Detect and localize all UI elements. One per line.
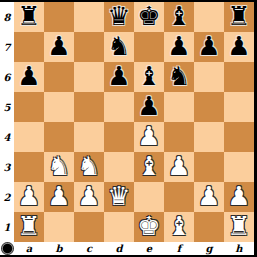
square-b4[interactable] [44, 122, 74, 152]
black-queen[interactable]: ♛ [107, 3, 130, 29]
square-f2[interactable] [164, 182, 194, 212]
square-h3[interactable] [224, 152, 254, 182]
diagram-inner: 87654321 ♜♛♚♝♜♟♞♟♟♟♟♟♝♞♟♟♞♞♝♟♟♟♟♛♟♟♜♚♝♜ … [0, 2, 254, 255]
file-label-g: g [194, 242, 224, 255]
square-e3[interactable]: ♝ [134, 152, 164, 182]
white-rook[interactable]: ♜ [17, 213, 40, 239]
square-f7[interactable]: ♟ [164, 32, 194, 62]
square-d4[interactable] [104, 122, 134, 152]
white-pawn[interactable]: ♟ [167, 153, 190, 179]
square-g5[interactable] [194, 92, 224, 122]
square-g7[interactable]: ♟ [194, 32, 224, 62]
file-labels: abcdefgh [14, 242, 254, 255]
square-h5[interactable] [224, 92, 254, 122]
file-label-c: c [74, 242, 104, 255]
square-d7[interactable]: ♞ [104, 32, 134, 62]
square-c1[interactable] [74, 212, 104, 242]
white-rook[interactable]: ♜ [227, 213, 250, 239]
square-e5[interactable]: ♟ [134, 92, 164, 122]
white-king[interactable]: ♚ [137, 213, 160, 239]
square-d5[interactable] [104, 92, 134, 122]
white-knight[interactable]: ♞ [47, 153, 70, 179]
white-pawn[interactable]: ♟ [227, 183, 250, 209]
square-e1[interactable]: ♚ [134, 212, 164, 242]
white-pawn[interactable]: ♟ [17, 183, 40, 209]
black-bishop[interactable]: ♝ [167, 3, 190, 29]
square-d3[interactable] [104, 152, 134, 182]
square-e4[interactable]: ♟ [134, 122, 164, 152]
rank-labels: 87654321 [0, 2, 14, 242]
board: ♜♛♚♝♜♟♞♟♟♟♟♟♝♞♟♟♞♞♝♟♟♟♟♛♟♟♜♚♝♜ [14, 2, 254, 242]
square-c6[interactable] [74, 62, 104, 92]
white-pawn[interactable]: ♟ [77, 183, 100, 209]
square-d2[interactable]: ♛ [104, 182, 134, 212]
square-c4[interactable] [74, 122, 104, 152]
square-d8[interactable]: ♛ [104, 2, 134, 32]
square-a2[interactable]: ♟ [14, 182, 44, 212]
square-h7[interactable]: ♟ [224, 32, 254, 62]
square-a7[interactable] [14, 32, 44, 62]
square-f1[interactable]: ♝ [164, 212, 194, 242]
black-king[interactable]: ♚ [137, 3, 160, 29]
square-e2[interactable] [134, 182, 164, 212]
square-a4[interactable] [14, 122, 44, 152]
white-pawn[interactable]: ♟ [47, 183, 70, 209]
square-e7[interactable] [134, 32, 164, 62]
square-g3[interactable] [194, 152, 224, 182]
square-a3[interactable] [14, 152, 44, 182]
rank-label-8: 8 [0, 2, 14, 32]
square-g2[interactable]: ♟ [194, 182, 224, 212]
black-pawn[interactable]: ♟ [167, 33, 190, 59]
white-queen[interactable]: ♛ [107, 183, 130, 209]
square-g6[interactable] [194, 62, 224, 92]
file-label-d: d [104, 242, 134, 255]
square-b6[interactable] [44, 62, 74, 92]
square-b7[interactable]: ♟ [44, 32, 74, 62]
black-rook[interactable]: ♜ [17, 3, 40, 29]
square-a6[interactable]: ♟ [14, 62, 44, 92]
square-g8[interactable] [194, 2, 224, 32]
square-b5[interactable] [44, 92, 74, 122]
rank-label-3: 3 [0, 152, 14, 182]
square-f4[interactable] [164, 122, 194, 152]
square-h4[interactable] [224, 122, 254, 152]
square-g1[interactable] [194, 212, 224, 242]
file-label-b: b [44, 242, 74, 255]
black-knight[interactable]: ♞ [107, 33, 130, 59]
square-c7[interactable] [74, 32, 104, 62]
rank-label-4: 4 [0, 122, 14, 152]
square-h6[interactable] [224, 62, 254, 92]
square-g4[interactable] [194, 122, 224, 152]
file-label-a: a [14, 242, 44, 255]
square-b3[interactable]: ♞ [44, 152, 74, 182]
file-label-h: h [224, 242, 254, 255]
chess-diagram: 87654321 ♜♛♚♝♜♟♞♟♟♟♟♟♝♞♟♟♞♞♝♟♟♟♟♛♟♟♜♚♝♜ … [0, 0, 257, 257]
white-bishop[interactable]: ♝ [167, 213, 190, 239]
square-h2[interactable]: ♟ [224, 182, 254, 212]
square-h8[interactable]: ♜ [224, 2, 254, 32]
white-knight[interactable]: ♞ [77, 153, 100, 179]
white-bishop[interactable]: ♝ [137, 153, 160, 179]
black-rook[interactable]: ♜ [227, 3, 250, 29]
square-f3[interactable]: ♟ [164, 152, 194, 182]
square-a5[interactable] [14, 92, 44, 122]
square-b1[interactable] [44, 212, 74, 242]
black-pawn[interactable]: ♟ [17, 63, 40, 89]
white-pawn[interactable]: ♟ [197, 183, 220, 209]
black-pawn[interactable]: ♟ [47, 33, 70, 59]
rank-label-2: 2 [0, 182, 14, 212]
square-c5[interactable] [74, 92, 104, 122]
square-e6[interactable]: ♝ [134, 62, 164, 92]
black-pawn[interactable]: ♟ [137, 93, 160, 119]
rank-label-5: 5 [0, 92, 14, 122]
turn-indicator-area [0, 242, 14, 255]
square-h1[interactable]: ♜ [224, 212, 254, 242]
white-pawn[interactable]: ♟ [137, 123, 160, 149]
square-a8[interactable]: ♜ [14, 2, 44, 32]
square-f8[interactable]: ♝ [164, 2, 194, 32]
black-knight[interactable]: ♞ [167, 63, 190, 89]
rank-label-6: 6 [0, 62, 14, 92]
square-c3[interactable]: ♞ [74, 152, 104, 182]
file-label-e: e [134, 242, 164, 255]
square-b2[interactable]: ♟ [44, 182, 74, 212]
square-c2[interactable]: ♟ [74, 182, 104, 212]
square-a1[interactable]: ♜ [14, 212, 44, 242]
rank-label-1: 1 [0, 212, 14, 242]
black-pawn[interactable]: ♟ [197, 33, 220, 59]
square-f6[interactable]: ♞ [164, 62, 194, 92]
rank-label-7: 7 [0, 32, 14, 62]
square-d6[interactable]: ♟ [104, 62, 134, 92]
black-pawn[interactable]: ♟ [107, 63, 130, 89]
square-b8[interactable] [44, 2, 74, 32]
black-pawn[interactable]: ♟ [227, 33, 250, 59]
square-f5[interactable] [164, 92, 194, 122]
square-d1[interactable] [104, 212, 134, 242]
black-to-move-indicator [1, 242, 14, 255]
file-label-f: f [164, 242, 194, 255]
black-bishop[interactable]: ♝ [137, 63, 160, 89]
square-e8[interactable]: ♚ [134, 2, 164, 32]
square-c8[interactable] [74, 2, 104, 32]
